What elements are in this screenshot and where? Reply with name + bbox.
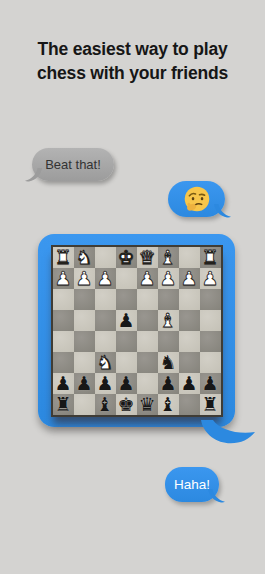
opponent-message-text: Beat that! — [45, 157, 101, 172]
page-title: The easiest way to play chess with your … — [0, 38, 265, 85]
square-e2[interactable] — [116, 268, 137, 289]
square-b7[interactable]: ♟ — [179, 373, 200, 394]
square-f8[interactable]: ♝ — [95, 394, 116, 415]
square-a5[interactable] — [200, 331, 221, 352]
white-pawn: ♟ — [159, 268, 176, 289]
square-h8[interactable]: ♜ — [53, 394, 74, 415]
square-d4[interactable] — [137, 310, 158, 331]
bubble-tail-icon — [213, 204, 231, 218]
square-c5[interactable] — [158, 331, 179, 352]
opponent-message-bubble: Beat that! — [32, 148, 114, 181]
white-rook: ♜ — [54, 247, 71, 268]
app-store-screenshot: The easiest way to play chess with your … — [0, 0, 265, 574]
white-knight: ♞ — [96, 352, 113, 373]
square-h3[interactable] — [53, 289, 74, 310]
white-bishop: ♝ — [159, 310, 176, 331]
black-bishop: ♝ — [159, 394, 176, 415]
square-b2[interactable]: ♟ — [179, 268, 200, 289]
square-g2[interactable]: ♟ — [74, 268, 95, 289]
black-pawn: ♟ — [96, 373, 113, 394]
square-a4[interactable] — [200, 310, 221, 331]
square-e6[interactable] — [116, 352, 137, 373]
white-pawn: ♟ — [96, 268, 113, 289]
square-d8[interactable]: ♛ — [137, 394, 158, 415]
square-b8[interactable] — [179, 394, 200, 415]
square-g3[interactable] — [74, 289, 95, 310]
white-pawn: ♟ — [54, 268, 71, 289]
square-g4[interactable] — [74, 310, 95, 331]
square-d5[interactable] — [137, 331, 158, 352]
black-rook: ♜ — [54, 394, 71, 415]
square-f7[interactable]: ♟ — [95, 373, 116, 394]
square-g6[interactable] — [74, 352, 95, 373]
square-c4[interactable]: ♝ — [158, 310, 179, 331]
my-reply-text: Haha! — [174, 477, 210, 492]
square-d3[interactable] — [137, 289, 158, 310]
square-d2[interactable]: ♟ — [137, 268, 158, 289]
black-pawn: ♟ — [54, 373, 71, 394]
white-pawn: ♟ — [201, 268, 218, 289]
square-h7[interactable]: ♟ — [53, 373, 74, 394]
square-d6[interactable] — [137, 352, 158, 373]
square-g8[interactable] — [74, 394, 95, 415]
square-d1[interactable]: ♛ — [137, 247, 158, 268]
black-pawn: ♟ — [180, 373, 197, 394]
square-h5[interactable] — [53, 331, 74, 352]
square-g7[interactable]: ♟ — [74, 373, 95, 394]
square-d7[interactable] — [137, 373, 158, 394]
my-emoji-message-bubble — [168, 181, 225, 217]
square-a1[interactable]: ♜ — [200, 247, 221, 268]
white-pawn: ♟ — [180, 268, 197, 289]
square-c2[interactable]: ♟ — [158, 268, 179, 289]
square-a3[interactable] — [200, 289, 221, 310]
square-b4[interactable] — [179, 310, 200, 331]
square-f6[interactable]: ♞ — [95, 352, 116, 373]
white-bishop: ♝ — [159, 247, 176, 268]
tagline-line-2: chess with your friends — [0, 62, 265, 86]
black-king: ♚ — [117, 394, 134, 415]
square-b3[interactable] — [179, 289, 200, 310]
white-pawn: ♟ — [138, 268, 155, 289]
square-b5[interactable] — [179, 331, 200, 352]
bubble-tail-icon — [199, 420, 261, 448]
white-queen: ♛ — [138, 247, 155, 268]
chess-board[interactable]: ♜♞♚♛♝♜♟♟♟♟♟♟♟♟♝♞♞♟♟♟♟♟♟♟♜♝♚♛♝♜ — [51, 245, 223, 417]
black-pawn: ♟ — [117, 373, 134, 394]
square-e8[interactable]: ♚ — [116, 394, 137, 415]
square-f3[interactable] — [95, 289, 116, 310]
black-pawn: ♟ — [75, 373, 92, 394]
square-f1[interactable] — [95, 247, 116, 268]
square-e1[interactable]: ♚ — [116, 247, 137, 268]
square-f5[interactable] — [95, 331, 116, 352]
square-h6[interactable] — [53, 352, 74, 373]
square-h4[interactable] — [53, 310, 74, 331]
square-a2[interactable]: ♟ — [200, 268, 221, 289]
square-b1[interactable] — [179, 247, 200, 268]
square-e3[interactable] — [116, 289, 137, 310]
square-e7[interactable]: ♟ — [116, 373, 137, 394]
black-pawn: ♟ — [201, 373, 218, 394]
square-e5[interactable] — [116, 331, 137, 352]
white-rook: ♜ — [201, 247, 218, 268]
board-message-bubble: ♜♞♚♛♝♜♟♟♟♟♟♟♟♟♝♞♞♟♟♟♟♟♟♟♜♝♚♛♝♜ — [38, 234, 235, 427]
square-h2[interactable]: ♟ — [53, 268, 74, 289]
square-f2[interactable]: ♟ — [95, 268, 116, 289]
white-knight: ♞ — [75, 247, 92, 268]
square-a8[interactable]: ♜ — [200, 394, 221, 415]
square-a6[interactable] — [200, 352, 221, 373]
my-reply-bubble: Haha! — [165, 467, 219, 502]
white-king: ♚ — [117, 247, 134, 268]
black-pawn: ♟ — [159, 373, 176, 394]
square-a7[interactable]: ♟ — [200, 373, 221, 394]
square-e4[interactable]: ♟ — [116, 310, 137, 331]
white-pawn: ♟ — [75, 268, 92, 289]
square-f4[interactable] — [95, 310, 116, 331]
black-bishop: ♝ — [96, 394, 113, 415]
bubble-tail-icon — [25, 168, 43, 182]
square-g1[interactable]: ♞ — [74, 247, 95, 268]
square-h1[interactable]: ♜ — [53, 247, 74, 268]
black-knight: ♞ — [159, 352, 176, 373]
tagline-line-1: The easiest way to play — [0, 38, 265, 62]
square-c6[interactable]: ♞ — [158, 352, 179, 373]
black-rook: ♜ — [201, 394, 218, 415]
square-c7[interactable]: ♟ — [158, 373, 179, 394]
black-pawn: ♟ — [117, 310, 134, 331]
square-g5[interactable] — [74, 331, 95, 352]
square-b6[interactable] — [179, 352, 200, 373]
square-c3[interactable] — [158, 289, 179, 310]
thinking-face-emoji-icon — [184, 186, 210, 212]
square-c8[interactable]: ♝ — [158, 394, 179, 415]
black-queen: ♛ — [138, 394, 155, 415]
square-c1[interactable]: ♝ — [158, 247, 179, 268]
